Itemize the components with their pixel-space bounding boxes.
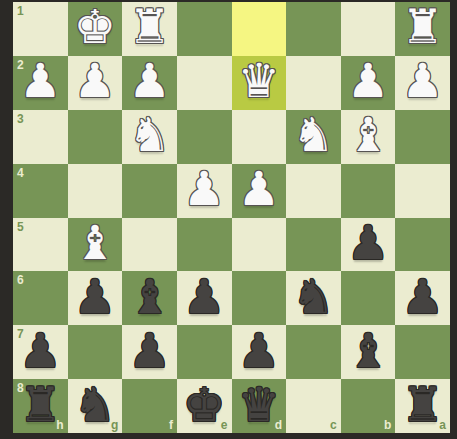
square-c4[interactable] (286, 164, 341, 218)
square-f5[interactable] (122, 218, 177, 272)
square-h6[interactable]: 6 (13, 271, 68, 325)
black-king-piece[interactable]: ♚ (183, 381, 225, 428)
square-d3[interactable] (232, 110, 287, 164)
square-f3[interactable]: ♞ (122, 110, 177, 164)
white-rook-piece[interactable]: ♜ (128, 3, 170, 50)
white-pawn-piece[interactable]: ♟ (238, 165, 280, 212)
black-pawn-piece[interactable]: ♟ (238, 327, 280, 374)
white-bishop-piece[interactable]: ♝ (74, 219, 116, 266)
square-e1[interactable] (177, 2, 232, 56)
square-b6[interactable] (341, 271, 396, 325)
square-d8[interactable]: ♛d (232, 379, 287, 433)
square-c2[interactable] (286, 56, 341, 110)
file-label-f: f (169, 419, 173, 431)
square-b1[interactable] (341, 2, 396, 56)
black-rook-piece[interactable]: ♜ (402, 381, 444, 428)
square-e8[interactable]: ♚e (177, 379, 232, 433)
square-g6[interactable]: ♟ (68, 271, 123, 325)
square-b5[interactable]: ♟ (341, 218, 396, 272)
white-pawn-piece[interactable]: ♟ (19, 57, 61, 104)
square-d1[interactable] (232, 2, 287, 56)
square-h2[interactable]: ♟2 (13, 56, 68, 110)
square-d5[interactable] (232, 218, 287, 272)
black-queen-piece[interactable]: ♛ (238, 381, 280, 428)
file-label-b: b (384, 419, 391, 431)
square-g5[interactable]: ♝ (68, 218, 123, 272)
square-g1[interactable]: ♚ (68, 2, 123, 56)
square-f8[interactable]: f (122, 379, 177, 433)
chess-board: 1♚♜♜♟2♟♟♛♟♟3♞♞♝4♟♟5♝♟6♟♝♟♞♟♟7♟♟♝♜8h♞gf♚e… (13, 2, 450, 433)
square-f4[interactable] (122, 164, 177, 218)
rank-label-3: 3 (17, 113, 24, 125)
white-pawn-piece[interactable]: ♟ (128, 57, 170, 104)
square-d6[interactable] (232, 271, 287, 325)
square-e6[interactable]: ♟ (177, 271, 232, 325)
white-king-piece[interactable]: ♚ (74, 3, 116, 50)
square-d7[interactable]: ♟ (232, 325, 287, 379)
square-a4[interactable] (395, 164, 450, 218)
chess-app-background: 1♚♜♜♟2♟♟♛♟♟3♞♞♝4♟♟5♝♟6♟♝♟♞♟♟7♟♟♝♜8h♞gf♚e… (0, 0, 457, 439)
square-f1[interactable]: ♜ (122, 2, 177, 56)
rank-label-6: 6 (17, 274, 24, 286)
square-b8[interactable]: b (341, 379, 396, 433)
square-e5[interactable] (177, 218, 232, 272)
square-h1[interactable]: 1 (13, 2, 68, 56)
square-h4[interactable]: 4 (13, 164, 68, 218)
square-g3[interactable] (68, 110, 123, 164)
square-a7[interactable] (395, 325, 450, 379)
white-queen-piece[interactable]: ♛ (238, 57, 280, 104)
square-f6[interactable]: ♝ (122, 271, 177, 325)
black-bishop-piece[interactable]: ♝ (347, 327, 389, 374)
square-c7[interactable] (286, 325, 341, 379)
square-c1[interactable] (286, 2, 341, 56)
square-g7[interactable] (68, 325, 123, 379)
black-pawn-piece[interactable]: ♟ (19, 327, 61, 374)
white-knight-piece[interactable]: ♞ (128, 111, 170, 158)
black-pawn-piece[interactable]: ♟ (402, 273, 444, 320)
square-h5[interactable]: 5 (13, 218, 68, 272)
square-g8[interactable]: ♞g (68, 379, 123, 433)
square-b3[interactable]: ♝ (341, 110, 396, 164)
square-d2[interactable]: ♛ (232, 56, 287, 110)
black-bishop-piece[interactable]: ♝ (128, 273, 170, 320)
square-c3[interactable]: ♞ (286, 110, 341, 164)
black-rook-piece[interactable]: ♜ (19, 381, 61, 428)
black-pawn-piece[interactable]: ♟ (74, 273, 116, 320)
square-a3[interactable] (395, 110, 450, 164)
square-e4[interactable]: ♟ (177, 164, 232, 218)
square-e3[interactable] (177, 110, 232, 164)
square-c6[interactable]: ♞ (286, 271, 341, 325)
square-h7[interactable]: ♟7 (13, 325, 68, 379)
black-pawn-piece[interactable]: ♟ (128, 327, 170, 374)
square-a6[interactable]: ♟ (395, 271, 450, 325)
square-b7[interactable]: ♝ (341, 325, 396, 379)
square-e2[interactable] (177, 56, 232, 110)
square-a1[interactable]: ♜ (395, 2, 450, 56)
black-pawn-piece[interactable]: ♟ (347, 219, 389, 266)
square-f7[interactable]: ♟ (122, 325, 177, 379)
square-g4[interactable] (68, 164, 123, 218)
black-knight-piece[interactable]: ♞ (292, 273, 334, 320)
square-f2[interactable]: ♟ (122, 56, 177, 110)
white-bishop-piece[interactable]: ♝ (347, 111, 389, 158)
square-b4[interactable] (341, 164, 396, 218)
white-pawn-piece[interactable]: ♟ (347, 57, 389, 104)
square-a5[interactable] (395, 218, 450, 272)
black-pawn-piece[interactable]: ♟ (183, 273, 225, 320)
square-h8[interactable]: ♜8h (13, 379, 68, 433)
rank-label-5: 5 (17, 221, 24, 233)
square-h3[interactable]: 3 (13, 110, 68, 164)
white-pawn-piece[interactable]: ♟ (183, 165, 225, 212)
square-a2[interactable]: ♟ (395, 56, 450, 110)
square-c5[interactable] (286, 218, 341, 272)
square-d4[interactable]: ♟ (232, 164, 287, 218)
white-pawn-piece[interactable]: ♟ (74, 57, 116, 104)
square-c8[interactable]: c (286, 379, 341, 433)
file-label-c: c (330, 419, 337, 431)
square-e7[interactable] (177, 325, 232, 379)
white-pawn-piece[interactable]: ♟ (402, 57, 444, 104)
white-knight-piece[interactable]: ♞ (292, 111, 334, 158)
square-g2[interactable]: ♟ (68, 56, 123, 110)
rank-label-4: 4 (17, 167, 24, 179)
square-b2[interactable]: ♟ (341, 56, 396, 110)
black-knight-piece[interactable]: ♞ (74, 381, 116, 428)
white-rook-piece[interactable]: ♜ (402, 3, 444, 50)
square-a8[interactable]: ♜a (395, 379, 450, 433)
rank-label-1: 1 (17, 5, 24, 17)
